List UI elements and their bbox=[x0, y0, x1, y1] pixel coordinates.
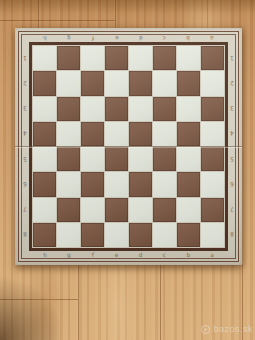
coordinate-label: 3 bbox=[21, 96, 29, 121]
coordinate-label: 1 bbox=[228, 46, 236, 71]
square-g4 bbox=[57, 122, 80, 146]
square-h8 bbox=[33, 223, 56, 247]
square-a7 bbox=[201, 198, 224, 222]
square-g7 bbox=[57, 198, 80, 222]
square-b1 bbox=[177, 46, 200, 70]
coordinate-label: 7 bbox=[21, 197, 29, 222]
square-c2 bbox=[153, 71, 176, 95]
coordinate-label: 8 bbox=[228, 222, 236, 247]
coordinate-label: 2 bbox=[21, 71, 29, 96]
coordinate-label: h bbox=[33, 251, 57, 259]
square-b2 bbox=[177, 71, 200, 95]
square-e4 bbox=[105, 122, 128, 146]
file-labels-bottom: hgfedcba bbox=[33, 251, 224, 259]
square-e2 bbox=[105, 71, 128, 95]
square-c7 bbox=[153, 198, 176, 222]
coordinate-label: 5 bbox=[228, 147, 236, 172]
square-e8 bbox=[105, 223, 128, 247]
square-h5 bbox=[33, 147, 56, 171]
coordinate-label: a bbox=[200, 251, 224, 259]
coordinate-label: 4 bbox=[21, 121, 29, 146]
square-c1 bbox=[153, 46, 176, 70]
coordinate-label: 6 bbox=[21, 172, 29, 197]
coordinate-label: 6 bbox=[228, 172, 236, 197]
square-a3 bbox=[201, 97, 224, 121]
square-c5 bbox=[153, 147, 176, 171]
square-h2 bbox=[33, 71, 56, 95]
square-c6 bbox=[153, 172, 176, 196]
square-b6 bbox=[177, 172, 200, 196]
coordinate-label: f bbox=[81, 251, 105, 259]
square-d4 bbox=[129, 122, 152, 146]
square-b5 bbox=[177, 147, 200, 171]
square-h4 bbox=[33, 122, 56, 146]
square-e7 bbox=[105, 198, 128, 222]
square-c3 bbox=[153, 97, 176, 121]
square-e1 bbox=[105, 46, 128, 70]
square-g1 bbox=[57, 46, 80, 70]
square-d6 bbox=[129, 172, 152, 196]
coordinate-label: b bbox=[176, 251, 200, 259]
square-d1 bbox=[129, 46, 152, 70]
square-g2 bbox=[57, 71, 80, 95]
square-e5 bbox=[105, 147, 128, 171]
coordinate-label: c bbox=[152, 251, 176, 259]
square-f7 bbox=[81, 198, 104, 222]
square-g8 bbox=[57, 223, 80, 247]
square-a2 bbox=[201, 71, 224, 95]
coordinate-label: 8 bbox=[21, 222, 29, 247]
coordinate-label: 7 bbox=[228, 197, 236, 222]
coordinate-label: b bbox=[176, 34, 200, 42]
coordinate-label: 3 bbox=[228, 96, 236, 121]
square-d5 bbox=[129, 147, 152, 171]
coordinate-label: 1 bbox=[21, 46, 29, 71]
square-e3 bbox=[105, 97, 128, 121]
square-f1 bbox=[81, 46, 104, 70]
square-h7 bbox=[33, 198, 56, 222]
coordinate-label: d bbox=[129, 34, 153, 42]
square-f3 bbox=[81, 97, 104, 121]
coordinate-label: e bbox=[105, 251, 129, 259]
square-d2 bbox=[129, 71, 152, 95]
square-d8 bbox=[129, 223, 152, 247]
coordinate-label: c bbox=[152, 34, 176, 42]
square-d7 bbox=[129, 198, 152, 222]
square-f5 bbox=[81, 147, 104, 171]
square-g5 bbox=[57, 147, 80, 171]
square-g3 bbox=[57, 97, 80, 121]
coordinate-label: 2 bbox=[228, 71, 236, 96]
coordinate-label: f bbox=[81, 34, 105, 42]
square-e6 bbox=[105, 172, 128, 196]
watermark: bazos.sk bbox=[201, 324, 253, 334]
coordinate-label: e bbox=[105, 34, 129, 42]
square-b8 bbox=[177, 223, 200, 247]
coordinate-label: h bbox=[33, 34, 57, 42]
coordinate-label: 4 bbox=[228, 121, 236, 146]
square-a4 bbox=[201, 122, 224, 146]
coordinate-label: g bbox=[57, 251, 81, 259]
square-c4 bbox=[153, 122, 176, 146]
square-c8 bbox=[153, 223, 176, 247]
square-f4 bbox=[81, 122, 104, 146]
coordinate-label: a bbox=[200, 34, 224, 42]
fold-line bbox=[15, 146, 242, 148]
square-b3 bbox=[177, 97, 200, 121]
square-d3 bbox=[129, 97, 152, 121]
coordinate-label: g bbox=[57, 34, 81, 42]
square-f2 bbox=[81, 71, 104, 95]
square-b7 bbox=[177, 198, 200, 222]
square-h3 bbox=[33, 97, 56, 121]
coordinate-label: d bbox=[129, 251, 153, 259]
square-f6 bbox=[81, 172, 104, 196]
square-f8 bbox=[81, 223, 104, 247]
square-h6 bbox=[33, 172, 56, 196]
watermark-text: bazos.sk bbox=[213, 324, 253, 334]
square-a6 bbox=[201, 172, 224, 196]
square-a5 bbox=[201, 147, 224, 171]
file-labels-top: hgfedcba bbox=[33, 34, 224, 42]
square-a1 bbox=[201, 46, 224, 70]
square-b4 bbox=[177, 122, 200, 146]
chessboard: hgfedcba hgfedcba 12345678 12345678 bbox=[15, 28, 242, 265]
coordinate-label: 5 bbox=[21, 147, 29, 172]
watermark-logo-icon bbox=[201, 325, 210, 334]
square-h1 bbox=[33, 46, 56, 70]
square-g6 bbox=[57, 172, 80, 196]
square-a8 bbox=[201, 223, 224, 247]
